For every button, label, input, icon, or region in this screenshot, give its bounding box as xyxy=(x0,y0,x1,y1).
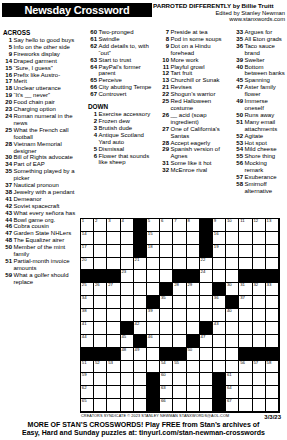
grid-cell[interactable]: 49 xyxy=(134,348,147,361)
grid-cell[interactable] xyxy=(253,322,266,335)
grid-cell[interactable] xyxy=(134,283,147,296)
grid-cell[interactable] xyxy=(187,399,200,412)
cell-number: 14 xyxy=(82,232,87,237)
grid-cell[interactable] xyxy=(200,361,213,374)
grid-cell[interactable] xyxy=(147,348,160,361)
clue-text: Mild cheese xyxy=(245,146,287,153)
clue-number: 16 xyxy=(3,72,14,79)
grid-cell[interactable]: 24 xyxy=(200,270,213,283)
grid-cell[interactable] xyxy=(187,361,200,374)
grid-cell[interactable] xyxy=(160,309,173,322)
cell-number: 43 xyxy=(214,322,219,327)
grid-cell[interactable] xyxy=(121,296,134,309)
grid-cell[interactable]: 67 xyxy=(226,399,239,412)
clue-down-33[interactable]: 33Argues for xyxy=(234,29,286,36)
clue-down-35[interactable]: 35All Eton grads xyxy=(234,36,286,43)
clue-number: 32 xyxy=(160,167,171,174)
grid-cell[interactable] xyxy=(121,399,134,412)
cell-number: 24 xyxy=(201,270,206,275)
clue-across-43[interactable]: 43What every señora has xyxy=(3,210,81,217)
copyright-row: CREATORS SYNDICATE © 2023 STANLEY NEWMAN… xyxy=(81,414,281,420)
clue-across-63[interactable]: 63Start to trust xyxy=(88,57,157,64)
grid-cell[interactable] xyxy=(253,386,266,399)
grid-cell[interactable] xyxy=(239,335,252,348)
cell-number: 39 xyxy=(148,309,153,314)
clue-number: 51 xyxy=(234,119,245,133)
grid-cell[interactable] xyxy=(253,399,266,412)
grid-cell[interactable] xyxy=(266,373,279,386)
grid-cell[interactable] xyxy=(147,283,160,296)
clue-down-31[interactable]: 31Some like it hot xyxy=(160,160,231,167)
grid-cell[interactable]: 36 xyxy=(213,296,226,309)
grid-cell[interactable] xyxy=(107,309,120,322)
grid-cell[interactable] xyxy=(253,258,266,271)
clue-across-65[interactable]: 65Perceive xyxy=(88,77,157,84)
clue-down-26[interactable]: 26__ acid (soap ingredient) xyxy=(160,112,231,126)
grid-cell[interactable] xyxy=(239,258,252,271)
grid-cell[interactable] xyxy=(94,399,107,412)
clue-across-50[interactable]: 50Member of the mint family xyxy=(3,244,81,258)
cell-number: 50 xyxy=(187,348,192,353)
grid-cell[interactable] xyxy=(266,386,279,399)
clue-down-29[interactable]: 29Spanish version of Agnes xyxy=(160,146,231,160)
clue-across-15[interactable]: 15“Sure, I guess” xyxy=(3,65,81,72)
clue-text: “It’s __ never” xyxy=(14,92,82,99)
clue-down-27[interactable]: 27One of California’s Santas xyxy=(160,126,231,140)
clue-down-50[interactable]: 50Runs away xyxy=(234,112,286,119)
grid-cell[interactable] xyxy=(107,322,120,335)
clue-text: Info on the other side xyxy=(14,44,82,51)
grid-cell[interactable] xyxy=(253,245,266,258)
grid-cell[interactable]: 5 xyxy=(147,219,160,232)
clue-down-32[interactable]: 32McEnroe rival xyxy=(160,167,231,174)
grid-cell[interactable]: 33 xyxy=(266,283,279,296)
grid-cell[interactable]: 4 xyxy=(121,219,134,232)
clue-across-47[interactable]: 47Garden State NHLers xyxy=(3,230,81,237)
clue-across-34[interactable]: 34Part of EAP xyxy=(3,161,81,168)
clue-down-8[interactable]: 8Pod in some soups xyxy=(160,36,231,43)
grid-cell[interactable]: 15 xyxy=(147,232,160,245)
grid-cell[interactable] xyxy=(253,309,266,322)
puzzle-title-block: PARROTED DIFFERENTLY by Billie Truitt Ed… xyxy=(153,3,285,23)
grid-cell[interactable] xyxy=(121,373,134,386)
grid-cell[interactable] xyxy=(94,296,107,309)
grid-cell[interactable] xyxy=(253,373,266,386)
grid-cell[interactable] xyxy=(121,386,134,399)
grid-cell[interactable]: 21 xyxy=(134,258,147,271)
grid-cell[interactable]: 13 xyxy=(266,219,279,232)
clue-across-17[interactable]: 17Merit xyxy=(3,78,81,85)
clue-across-28[interactable]: 28Vietnam Memorial designer xyxy=(3,141,81,155)
grid-cell[interactable]: 26 xyxy=(94,283,107,296)
clue-across-25[interactable]: 25What the French call football xyxy=(3,127,81,141)
grid-cell[interactable] xyxy=(134,270,147,283)
grid-cell[interactable]: 50 xyxy=(187,348,200,361)
grid-cell[interactable] xyxy=(239,245,252,258)
grid-cell[interactable]: 23 xyxy=(121,270,134,283)
clue-text: Agitate xyxy=(245,133,287,140)
clue-across-18[interactable]: 18Unclear utterance xyxy=(3,85,81,92)
grid-cell[interactable]: 29 xyxy=(187,283,200,296)
grid-cell[interactable] xyxy=(213,335,226,348)
black-square xyxy=(134,335,147,348)
grid-cell[interactable] xyxy=(239,386,252,399)
grid-cell[interactable] xyxy=(107,399,120,412)
grid-cell[interactable] xyxy=(173,245,186,258)
clue-across-64[interactable]: 64PayPal’s former parent xyxy=(88,64,157,78)
grid-cell[interactable] xyxy=(160,322,173,335)
grid-cell[interactable] xyxy=(266,399,279,412)
clue-down-28[interactable]: 28Accept eagerly xyxy=(160,140,231,147)
clue-down-7[interactable]: 7Preside at tea xyxy=(160,29,231,36)
clue-number: 40 xyxy=(234,64,245,78)
grid-cell[interactable]: 2 xyxy=(94,219,107,232)
clue-down-55[interactable]: 55Shore thing xyxy=(234,153,286,160)
grid-cell[interactable]: 9 xyxy=(213,219,226,232)
clue-down-13[interactable]: 13Churchill or Sunak xyxy=(160,77,231,84)
cell-number: 6 xyxy=(161,219,163,224)
grid-cell[interactable] xyxy=(147,322,160,335)
grid-cell[interactable] xyxy=(253,335,266,348)
clue-across-19[interactable]: 19“It’s __ never” xyxy=(3,92,81,99)
grid-cell[interactable]: 45 xyxy=(121,335,134,348)
grid-cell[interactable]: 1 xyxy=(81,219,94,232)
clue-down-6[interactable]: 6Flower that sounds like sheep xyxy=(88,153,157,167)
grid-cell[interactable]: 42 xyxy=(134,322,147,335)
clue-down-36[interactable]: 36Taco sauce brand xyxy=(234,43,286,57)
grid-cell[interactable]: 20 xyxy=(81,258,94,271)
grid-cell[interactable] xyxy=(94,232,107,245)
clue-down-47[interactable]: 47Aster family flower xyxy=(234,84,286,98)
clue-number: 55 xyxy=(234,153,245,160)
grid-cell[interactable] xyxy=(94,322,107,335)
grid-cell[interactable] xyxy=(266,296,279,309)
grid-cell[interactable] xyxy=(200,309,213,322)
grid-cell[interactable] xyxy=(266,258,279,271)
grid-cell[interactable]: 43 xyxy=(213,322,226,335)
grid-cell[interactable]: 55 xyxy=(173,361,186,374)
clue-across-60[interactable]: 60Two-pronged xyxy=(88,29,157,36)
clue-text: Bowl game org. xyxy=(14,217,82,224)
grid-cell[interactable] xyxy=(121,309,134,322)
clue-down-54[interactable]: 54Mild cheese xyxy=(234,146,286,153)
grid-cell[interactable] xyxy=(200,348,213,361)
clue-across-35[interactable]: 35Something played by a picker xyxy=(3,168,81,182)
cell-number: 25 xyxy=(82,283,87,288)
grid-cell[interactable]: 57 xyxy=(253,361,266,374)
clue-number: 9 xyxy=(3,51,14,58)
grid-cell[interactable] xyxy=(94,258,107,271)
grid-cell[interactable] xyxy=(266,232,279,245)
clue-down-3[interactable]: 3Brutish dude xyxy=(88,125,157,132)
clue-down-21[interactable]: 21Revises xyxy=(160,84,231,91)
grid-cell[interactable] xyxy=(121,283,134,296)
clue-across-67[interactable]: 67Controvert xyxy=(88,91,157,98)
clue-number: 61 xyxy=(88,36,99,43)
cell-number: 23 xyxy=(121,270,126,275)
clue-down-39[interactable]: 39Swelter xyxy=(234,57,286,64)
clue-text: The Equalizer airer xyxy=(14,237,82,244)
grid-cell[interactable]: 48 xyxy=(121,348,134,361)
clue-down-22[interactable]: 22Shogun’s warrior xyxy=(160,91,231,98)
grid-cell[interactable] xyxy=(121,245,134,258)
grid-cell[interactable] xyxy=(266,309,279,322)
grid-cell[interactable] xyxy=(213,348,226,361)
grid-cell[interactable] xyxy=(213,309,226,322)
grid-cell[interactable]: 19 xyxy=(213,245,226,258)
grid-cell[interactable]: 44 xyxy=(81,335,94,348)
grid-cell[interactable] xyxy=(160,232,173,245)
grid-cell[interactable] xyxy=(94,373,107,386)
clue-across-42[interactable]: 42Soviet spacecraft xyxy=(3,203,81,210)
clue-down-2[interactable]: 2Frozen dew xyxy=(88,118,157,125)
black-square xyxy=(121,322,134,335)
grid-cell[interactable] xyxy=(121,361,134,374)
black-square xyxy=(173,348,186,361)
grid-cell[interactable] xyxy=(173,373,186,386)
grid-cell[interactable]: 32 xyxy=(253,283,266,296)
grid-cell[interactable] xyxy=(187,373,200,386)
clue-column-3: 7Preside at tea8Pod in some soups9Dot on… xyxy=(160,29,231,174)
grid-cell[interactable] xyxy=(147,258,160,271)
clue-across-16[interactable]: 16Prefix like Austro- xyxy=(3,72,81,79)
clue-down-4[interactable]: 4Antique Scotland Yard auto xyxy=(88,132,157,146)
clue-down-10[interactable]: 10More work xyxy=(160,57,231,64)
clue-across-62[interactable]: 62Add details to, with “out” xyxy=(88,43,157,57)
clue-number: 23 xyxy=(3,106,14,113)
grid-cell[interactable] xyxy=(160,245,173,258)
grid-cell[interactable]: 28 xyxy=(173,283,186,296)
clue-number: 51 xyxy=(3,258,14,272)
cell-number: 61 xyxy=(227,373,232,378)
clue-down-57[interactable]: 57Exuberance xyxy=(234,174,286,181)
clue-number: 63 xyxy=(88,57,99,64)
cell-number: 38 xyxy=(82,309,87,314)
clue-text: Unclear utterance xyxy=(14,85,82,92)
crossword-grid[interactable]: 1234567891011121314151617181920212223242… xyxy=(80,218,280,413)
grid-cell[interactable] xyxy=(94,386,107,399)
grid-cell[interactable] xyxy=(187,245,200,258)
grid-cell[interactable]: 38 xyxy=(81,309,94,322)
grid-cell[interactable] xyxy=(173,386,186,399)
grid-cell[interactable] xyxy=(107,296,120,309)
grid-cell[interactable]: 16 xyxy=(213,232,226,245)
grid-cell[interactable]: 12 xyxy=(253,219,266,232)
clue-across-9[interactable]: 9Fireworks display xyxy=(3,51,81,58)
clue-down-11[interactable]: 11Playful growl xyxy=(160,64,231,71)
clue-down-53[interactable]: 53Hot spot xyxy=(234,140,286,147)
grid-cell[interactable]: 41 xyxy=(81,322,94,335)
grid-cell[interactable] xyxy=(94,245,107,258)
grid-cell[interactable]: 30 xyxy=(226,283,239,296)
clue-text: Roman numeral in the news xyxy=(14,113,82,127)
grid-cell[interactable]: 35 xyxy=(160,296,173,309)
grid-cell[interactable] xyxy=(226,258,239,271)
clue-number: 67 xyxy=(88,91,99,98)
grid-cell[interactable]: 52 xyxy=(94,361,107,374)
cell-number: 22 xyxy=(201,258,206,263)
black-square xyxy=(147,399,160,412)
grid-cell[interactable] xyxy=(173,309,186,322)
grid-cell[interactable]: 7 xyxy=(173,219,186,232)
cell-number: 17 xyxy=(82,245,87,250)
clue-down-12[interactable]: 12Tart fruit xyxy=(160,70,231,77)
grid-cell[interactable] xyxy=(160,270,173,283)
clue-text: Add details to, with “out” xyxy=(99,43,158,57)
clue-across-14[interactable]: 14Draped garment xyxy=(3,58,81,65)
cell-number: 1 xyxy=(82,219,84,224)
grid-cell[interactable] xyxy=(200,283,213,296)
grid-cell[interactable] xyxy=(266,245,279,258)
grid-cell[interactable] xyxy=(239,232,252,245)
clue-across-51[interactable]: 51Partial-month invoice amounts xyxy=(3,258,81,272)
clue-across-38[interactable]: 38Jewelry with a pendant xyxy=(3,189,81,196)
grid-cell[interactable] xyxy=(187,258,200,271)
clue-text: Vietnam Memorial designer xyxy=(14,141,82,155)
grid-cell[interactable] xyxy=(239,309,252,322)
grid-cell[interactable]: 14 xyxy=(81,232,94,245)
grid-cell[interactable]: 11 xyxy=(239,219,252,232)
grid-cell[interactable] xyxy=(160,258,173,271)
grid-cell[interactable]: 10 xyxy=(226,219,239,232)
grid-cell[interactable]: 53 xyxy=(107,361,120,374)
grid-cell[interactable] xyxy=(147,270,160,283)
clue-across-30[interactable]: 30Bill of Rights advocate xyxy=(3,154,81,161)
clue-across-1[interactable]: 1Say hello to good buys xyxy=(3,37,81,44)
grid-cell[interactable]: 65 xyxy=(81,399,94,412)
clue-text: Jewelry with a pendant xyxy=(14,189,82,196)
grid-cell[interactable] xyxy=(266,335,279,348)
clue-down-52[interactable]: 52Agitate xyxy=(234,133,286,140)
grid-cell[interactable]: 66 xyxy=(160,399,173,412)
clue-down-49[interactable]: 49Immerse oneself xyxy=(234,98,286,112)
grid-cell[interactable] xyxy=(187,296,200,309)
grid-cell[interactable] xyxy=(173,399,186,412)
grid-cell[interactable]: 3 xyxy=(107,219,120,232)
grid-cell[interactable] xyxy=(239,373,252,386)
clue-text: “Sure, I guess” xyxy=(14,65,82,72)
grid-cell[interactable] xyxy=(226,232,239,245)
clue-number: 2 xyxy=(88,118,99,125)
grid-cell[interactable] xyxy=(134,361,147,374)
grid-cell[interactable] xyxy=(134,399,147,412)
clue-down-1[interactable]: 1Exercise accessory xyxy=(88,111,157,118)
clue-number: 56 xyxy=(234,160,245,174)
black-square xyxy=(134,232,147,245)
grid-cell[interactable] xyxy=(213,361,226,374)
clue-across-59[interactable]: 59What a golfer should replace xyxy=(3,272,81,286)
grid-cell[interactable] xyxy=(239,322,252,335)
clue-down-58[interactable]: 58Smirnoff alternative xyxy=(234,181,286,195)
clue-across-24[interactable]: 24Roman numeral in the news xyxy=(3,113,81,127)
grid-cell[interactable] xyxy=(173,322,186,335)
grid-cell[interactable] xyxy=(107,335,120,348)
grid-cell[interactable] xyxy=(160,335,173,348)
grid-cell[interactable]: 40 xyxy=(226,309,239,322)
clue-down-9[interactable]: 9Dot on a Hindu forehead xyxy=(160,43,231,57)
clue-across-20[interactable]: 20Food chain pair xyxy=(3,99,81,106)
clue-down-25[interactable]: 25Red Halloween costume xyxy=(160,98,231,112)
grid-cell[interactable]: 58 xyxy=(266,361,279,374)
grid-cell[interactable] xyxy=(134,386,147,399)
grid-cell[interactable] xyxy=(173,258,186,271)
grid-cell[interactable] xyxy=(134,296,147,309)
grid-cell[interactable] xyxy=(213,258,226,271)
clue-across-23[interactable]: 23Charging option xyxy=(3,106,81,113)
clue-across-41[interactable]: 41Demeanor xyxy=(3,196,81,203)
grid-cell[interactable] xyxy=(187,309,200,322)
grid-cell[interactable]: 27 xyxy=(107,283,120,296)
grid-cell[interactable] xyxy=(200,296,213,309)
clue-across-46[interactable]: 46Cobra cousin xyxy=(3,223,81,230)
grid-cell[interactable] xyxy=(121,232,134,245)
grid-cell[interactable] xyxy=(226,348,239,361)
grid-cell[interactable] xyxy=(226,322,239,335)
grid-cell[interactable]: 18 xyxy=(147,245,160,258)
clue-across-44[interactable]: 44Bowl game org. xyxy=(3,217,81,224)
grid-cell[interactable] xyxy=(107,373,120,386)
clue-down-56[interactable]: 56Mocking remark xyxy=(234,160,286,174)
clue-across-61[interactable]: 61Swindle xyxy=(88,36,157,43)
grid-cell[interactable] xyxy=(94,335,107,348)
clue-number: 47 xyxy=(3,230,14,237)
grid-cell[interactable] xyxy=(253,296,266,309)
grid-cell[interactable]: 46 xyxy=(147,335,160,348)
clue-across-5[interactable]: 5Info on the other side xyxy=(3,44,81,51)
grid-cell[interactable] xyxy=(187,322,200,335)
grid-cell[interactable] xyxy=(200,399,213,412)
grid-cell[interactable] xyxy=(107,386,120,399)
grid-cell[interactable] xyxy=(173,296,186,309)
grid-cell[interactable]: 17 xyxy=(81,245,94,258)
grid-cell[interactable] xyxy=(200,373,213,386)
grid-cell[interactable] xyxy=(266,322,279,335)
clue-down-5[interactable]: 5Dismissal xyxy=(88,146,157,153)
grid-cell[interactable] xyxy=(226,245,239,258)
grid-cell[interactable] xyxy=(94,309,107,322)
grid-cell[interactable] xyxy=(213,270,226,283)
grid-cell[interactable] xyxy=(187,232,200,245)
grid-cell[interactable] xyxy=(134,309,147,322)
grid-cell[interactable]: 8 xyxy=(187,219,200,232)
grid-cell[interactable] xyxy=(134,373,147,386)
clue-down-45[interactable]: 45Spanning xyxy=(234,77,286,84)
grid-cell[interactable]: 6 xyxy=(160,219,173,232)
grid-cell[interactable]: 56 xyxy=(239,361,252,374)
grid-cell[interactable] xyxy=(107,258,120,271)
grid-cell[interactable]: 37 xyxy=(239,296,252,309)
grid-cell[interactable] xyxy=(226,335,239,348)
clue-across-37[interactable]: 37Nautical pronoun xyxy=(3,182,81,189)
grid-cell[interactable] xyxy=(200,386,213,399)
grid-cell[interactable]: 39 xyxy=(147,309,160,322)
black-square xyxy=(147,373,160,386)
grid-cell[interactable] xyxy=(147,361,160,374)
grid-cell[interactable] xyxy=(173,232,186,245)
grid-cell[interactable]: 47 xyxy=(200,335,213,348)
grid-cell[interactable] xyxy=(107,245,120,258)
grid-cell[interactable] xyxy=(239,399,252,412)
grid-cell[interactable] xyxy=(187,386,200,399)
clue-across-66[interactable]: 66City abutting Tempe xyxy=(88,84,157,91)
grid-cell[interactable] xyxy=(173,335,186,348)
clue-down-40[interactable]: 40Bottom between banks xyxy=(234,64,286,78)
grid-cell[interactable] xyxy=(107,232,120,245)
grid-cell[interactable] xyxy=(253,232,266,245)
clue-down-51[interactable]: 51Many email attachments xyxy=(234,119,286,133)
cell-number: 37 xyxy=(240,296,245,301)
clue-across-48[interactable]: 48The Equalizer airer xyxy=(3,237,81,244)
